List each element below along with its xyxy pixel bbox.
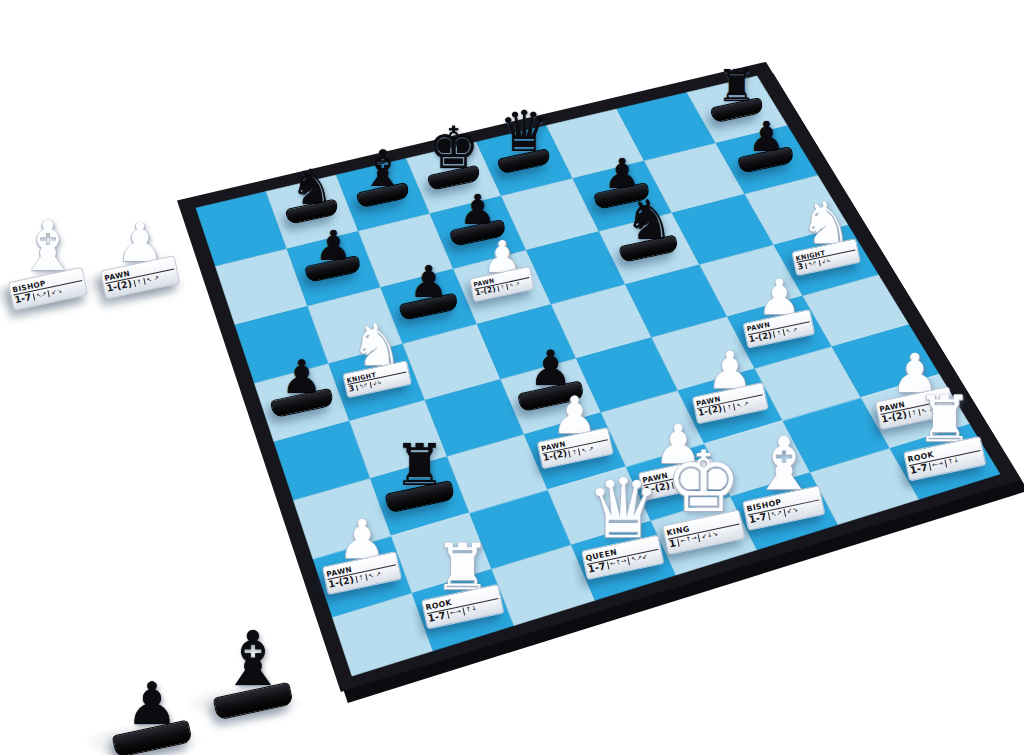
move-arrows-icon: ↰↱ xyxy=(804,261,817,269)
product-photo: ♜♛♚♝♞♟♟♟♟♞♟♟PAWN1-(2)↑↖ ↗♟♞KNIGHT3↰↱↲↳♞K… xyxy=(0,0,1024,755)
move-arrows-icon: ↑ xyxy=(497,285,505,292)
move-arrows-icon: ↖↗↙ xyxy=(628,553,649,564)
piece-black-king-e8[interactable]: ♚ xyxy=(428,122,480,186)
piece-label-sticker: PAWN1-(2)↑↖ ↗ xyxy=(470,267,533,301)
piece-white-rook-g1[interactable]: ♜ROOK1-7←→↑↓ xyxy=(423,538,502,621)
move-arrows-icon: ↑ xyxy=(355,574,365,582)
piece-black-knight-c6[interactable]: ♞ xyxy=(620,195,678,258)
captured-black-pawn[interactable]: ♟ xyxy=(113,679,191,751)
move-arrows-icon: ↖↗ xyxy=(768,509,783,519)
piece-white-knight-a5[interactable]: ♞KNIGHT3↰↱↲↳ xyxy=(793,197,859,270)
piece-black-pawn-f6[interactable]: ♟ xyxy=(399,263,457,316)
piece-white-pawn-h2[interactable]: ♟PAWN1-(2)↑↖ ↗ xyxy=(324,514,400,587)
move-arrows-icon: ↖ ↗ xyxy=(578,445,594,455)
piece-black-knight-g8[interactable]: ♞ xyxy=(286,165,338,220)
piece-white-pawn-c3[interactable]: ♟PAWN1-(2)↑↖ ↗ xyxy=(694,347,767,417)
piece-label-value: 1-(2) xyxy=(475,285,497,298)
piece-white-pawn-e3[interactable]: ♟PAWN1-(2)↑↖ ↗ xyxy=(539,392,612,462)
piece-label-value: 1-(2) xyxy=(328,575,355,590)
piece-label-value: 1-7 xyxy=(909,462,929,476)
captured-black-bishop[interactable]: ♝ xyxy=(214,625,292,712)
move-arrows-icon: ↑ xyxy=(724,404,733,412)
move-arrows-icon: ↖ ↗ xyxy=(733,400,749,410)
piece-black-bishop-f8[interactable]: ♝ xyxy=(357,146,409,203)
move-arrows-icon: ↖↗ xyxy=(33,291,48,301)
piece-white-knight-g5[interactable]: ♞KNIGHT3↰↱↲↳ xyxy=(344,319,410,392)
move-arrows-icon: ←→ xyxy=(446,608,461,618)
piece-black-pawn-g7[interactable]: ♟ xyxy=(306,228,361,278)
piece-black-rook-g3[interactable]: ♜ xyxy=(386,438,454,506)
piece-black-pawn-a7[interactable]: ♟ xyxy=(739,119,794,169)
piece-black-pawn-h5[interactable]: ♟ xyxy=(271,356,333,412)
move-arrows-icon: ↰↱ xyxy=(355,383,368,391)
move-arrows-icon: ↙↓↘ xyxy=(698,531,719,542)
piece-black-queen-d8[interactable]: ♛ xyxy=(498,106,550,169)
move-arrows-icon: ↖ ↗ xyxy=(506,282,520,290)
move-arrows-icon: ←↑→ xyxy=(607,558,628,569)
piece-white-bishop-c1[interactable]: ♝BISHOP1-7↖↗↙↘ xyxy=(744,431,823,523)
move-arrows-icon: ←↑→ xyxy=(677,535,698,546)
move-arrows-icon: ↖ ↗ xyxy=(143,274,160,284)
move-arrows-icon: ↑↓ xyxy=(944,457,959,467)
piece-label-value: 1 xyxy=(668,538,677,550)
piece-white-pawn-e6[interactable]: ♟PAWN1-(2)↑↖ ↗ xyxy=(471,237,533,296)
captured-white-pawn[interactable]: ♟PAWN1-(2)↑↖ ↗ xyxy=(102,218,178,291)
piece-label-value: 1-7 xyxy=(748,511,768,525)
piece-white-queen-e1[interactable]: ♛QUEEN1-7←↑→↖↗↙ xyxy=(584,471,663,572)
piece-label-value: 1-7 xyxy=(427,610,447,624)
move-arrows-icon: ↙↘ xyxy=(783,506,798,516)
move-arrows-icon: ↲↳ xyxy=(818,258,831,266)
piece-label-value: 1-7 xyxy=(587,560,607,574)
move-arrows-icon: ↲↳ xyxy=(369,380,382,388)
move-arrows-icon: ←→ xyxy=(928,460,943,470)
move-arrows-icon: ↑↓ xyxy=(462,605,477,615)
move-arrows-icon: ↖ ↗ xyxy=(365,571,382,581)
move-arrows-icon: ↑ xyxy=(773,330,782,338)
piece-label-value: 1-7 xyxy=(14,292,33,306)
piece-white-pawn-b4[interactable]: ♟PAWN1-(2)↑↖ ↗ xyxy=(745,276,814,342)
piece-white-rook-a1[interactable]: ♜ROOK1-7←→↑↓ xyxy=(905,390,984,473)
move-arrows-icon: ↑ xyxy=(568,449,577,457)
move-arrows-icon: ↙↘ xyxy=(48,287,63,297)
move-arrows-icon: ↑ xyxy=(133,278,143,286)
move-arrows-icon: ↖ ↗ xyxy=(783,326,798,335)
piece-black-rook-a8[interactable]: ♜ xyxy=(711,67,763,118)
piece-label-value: 3 xyxy=(347,384,354,394)
piece-white-king-d1[interactable]: ♚KING1←↑→↙↓↘ xyxy=(664,444,743,547)
captured-white-bishop[interactable]: ♝BISHOP1-7↖↗↙↘ xyxy=(10,215,86,303)
